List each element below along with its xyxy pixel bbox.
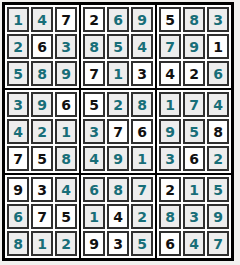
cell-r2c5[interactable]: 5 bbox=[107, 34, 129, 59]
cell-r4c8[interactable]: 7 bbox=[183, 92, 205, 117]
sudoku-board: 1472635892698547135837914263964217585283… bbox=[2, 2, 234, 261]
cell-r3c3[interactable]: 9 bbox=[55, 61, 77, 86]
cell-r4c3: 6 bbox=[55, 92, 77, 117]
cell-r8c5: 4 bbox=[107, 204, 129, 229]
cell-r9c1[interactable]: 8 bbox=[7, 231, 29, 256]
cell-r5c5: 7 bbox=[107, 119, 129, 144]
cell-r4c5[interactable]: 2 bbox=[107, 92, 129, 117]
cell-r8c8[interactable]: 3 bbox=[183, 204, 205, 229]
box-1: 269854713 bbox=[80, 4, 156, 89]
cell-r6c5[interactable]: 9 bbox=[107, 146, 129, 171]
cell-r5c2[interactable]: 2 bbox=[31, 119, 53, 144]
cell-r7c8[interactable]: 1 bbox=[183, 177, 205, 202]
box-8: 215839647 bbox=[156, 174, 232, 259]
cell-r1c6[interactable]: 9 bbox=[131, 7, 153, 32]
cell-r9c6[interactable]: 5 bbox=[131, 231, 153, 256]
cell-r1c2[interactable]: 4 bbox=[31, 7, 53, 32]
cell-r2c9: 1 bbox=[207, 34, 229, 59]
cell-r7c6[interactable]: 7 bbox=[131, 177, 153, 202]
cell-r7c4[interactable]: 6 bbox=[83, 177, 105, 202]
cell-r4c1[interactable]: 3 bbox=[7, 92, 29, 117]
cell-r4c9[interactable]: 4 bbox=[207, 92, 229, 117]
cell-r6c6[interactable]: 1 bbox=[131, 146, 153, 171]
cell-r3c6: 3 bbox=[131, 61, 153, 86]
cell-r6c9[interactable]: 2 bbox=[207, 146, 229, 171]
cell-r2c7[interactable]: 7 bbox=[159, 34, 181, 59]
cell-r7c2: 3 bbox=[31, 177, 53, 202]
box-0: 147263589 bbox=[4, 4, 80, 89]
box-6: 934675812 bbox=[4, 174, 80, 259]
cell-r3c8: 2 bbox=[183, 61, 205, 86]
cell-r7c9[interactable]: 5 bbox=[207, 177, 229, 202]
cell-r2c3[interactable]: 3 bbox=[55, 34, 77, 59]
cell-r7c7: 2 bbox=[159, 177, 181, 202]
cell-r1c5[interactable]: 6 bbox=[107, 7, 129, 32]
cell-r5c6: 6 bbox=[131, 119, 153, 144]
cell-r5c9: 8 bbox=[207, 119, 229, 144]
cell-r3c2[interactable]: 8 bbox=[31, 61, 53, 86]
cell-r8c7[interactable]: 8 bbox=[159, 204, 181, 229]
cell-r6c3[interactable]: 8 bbox=[55, 146, 77, 171]
cell-r4c4: 5 bbox=[83, 92, 105, 117]
cell-r2c6[interactable]: 4 bbox=[131, 34, 153, 59]
cell-r1c7: 5 bbox=[159, 7, 181, 32]
cell-r7c3[interactable]: 4 bbox=[55, 177, 77, 202]
cell-r5c3[interactable]: 1 bbox=[55, 119, 77, 144]
cell-r4c7[interactable]: 1 bbox=[159, 92, 181, 117]
cell-r5c4[interactable]: 3 bbox=[83, 119, 105, 144]
box-3: 396421758 bbox=[4, 89, 80, 174]
cell-r3c9[interactable]: 6 bbox=[207, 61, 229, 86]
cell-r3c1[interactable]: 5 bbox=[7, 61, 29, 86]
cell-r2c4[interactable]: 8 bbox=[83, 34, 105, 59]
cell-r8c1[interactable]: 6 bbox=[7, 204, 29, 229]
cell-r2c8[interactable]: 9 bbox=[183, 34, 205, 59]
box-7: 687142935 bbox=[80, 174, 156, 259]
cell-r7c1: 9 bbox=[7, 177, 29, 202]
cell-r7c5[interactable]: 8 bbox=[107, 177, 129, 202]
cell-r9c2[interactable]: 1 bbox=[31, 231, 53, 256]
box-5: 174958362 bbox=[156, 89, 232, 174]
cell-r3c4: 7 bbox=[83, 61, 105, 86]
cell-r8c4[interactable]: 1 bbox=[83, 204, 105, 229]
cell-r5c7[interactable]: 9 bbox=[159, 119, 181, 144]
cell-r9c7: 6 bbox=[159, 231, 181, 256]
cell-r6c1: 7 bbox=[7, 146, 29, 171]
cell-r5c8[interactable]: 5 bbox=[183, 119, 205, 144]
cell-r6c7[interactable]: 3 bbox=[159, 146, 181, 171]
cell-r4c6[interactable]: 8 bbox=[131, 92, 153, 117]
box-4: 528376491 bbox=[80, 89, 156, 174]
cell-r2c2: 6 bbox=[31, 34, 53, 59]
cell-r9c9[interactable]: 7 bbox=[207, 231, 229, 256]
cell-r3c5[interactable]: 1 bbox=[107, 61, 129, 86]
cell-r1c3: 7 bbox=[55, 7, 77, 32]
cell-r1c8[interactable]: 8 bbox=[183, 7, 205, 32]
cell-r4c2[interactable]: 9 bbox=[31, 92, 53, 117]
box-2: 583791426 bbox=[156, 4, 232, 89]
cell-r8c3: 5 bbox=[55, 204, 77, 229]
cell-r9c4: 9 bbox=[83, 231, 105, 256]
cell-r6c8: 6 bbox=[183, 146, 205, 171]
cell-r5c1[interactable]: 4 bbox=[7, 119, 29, 144]
cell-r1c9[interactable]: 3 bbox=[207, 7, 229, 32]
cell-r9c5: 3 bbox=[107, 231, 129, 256]
cell-r9c3[interactable]: 2 bbox=[55, 231, 77, 256]
cell-r8c6[interactable]: 2 bbox=[131, 204, 153, 229]
cell-r1c1[interactable]: 1 bbox=[7, 7, 29, 32]
cell-r8c9[interactable]: 9 bbox=[207, 204, 229, 229]
cell-r8c2: 7 bbox=[31, 204, 53, 229]
cell-r6c2: 5 bbox=[31, 146, 53, 171]
cell-r3c7: 4 bbox=[159, 61, 181, 86]
cell-r1c4: 2 bbox=[83, 7, 105, 32]
cell-r9c8[interactable]: 4 bbox=[183, 231, 205, 256]
cell-r2c1[interactable]: 2 bbox=[7, 34, 29, 59]
cell-r6c4[interactable]: 4 bbox=[83, 146, 105, 171]
